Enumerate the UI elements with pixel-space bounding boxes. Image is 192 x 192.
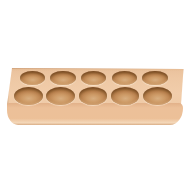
board-front-face	[7, 103, 183, 125]
pit-front-2[interactable]	[46, 87, 75, 105]
mancala-board	[6, 67, 186, 126]
pit-row-front	[12, 87, 174, 105]
pit-back-5[interactable]	[142, 71, 168, 86]
pit-back-2[interactable]	[50, 71, 76, 86]
pit-row-back	[17, 71, 170, 86]
pit-front-4[interactable]	[111, 87, 140, 105]
pit-back-4[interactable]	[112, 71, 138, 86]
pit-front-5[interactable]	[143, 87, 172, 105]
pit-back-1[interactable]	[20, 71, 46, 86]
photo-stage	[0, 0, 192, 192]
pit-front-1[interactable]	[14, 87, 43, 105]
pit-front-3[interactable]	[79, 87, 108, 105]
pit-back-3[interactable]	[81, 71, 107, 86]
